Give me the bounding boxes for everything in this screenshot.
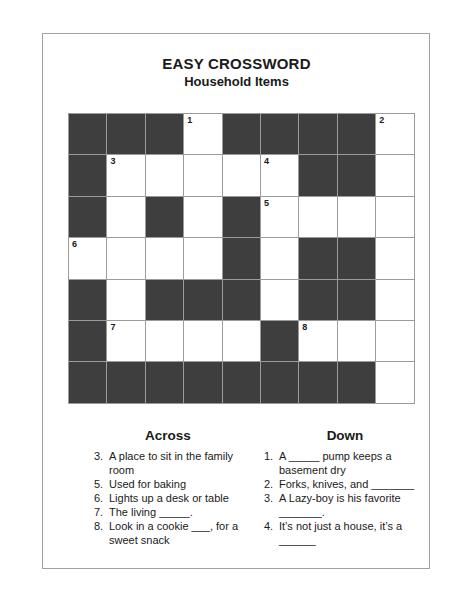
clue-text: A _____ pump keeps a basement dry — [279, 449, 426, 477]
cell-r3c6[interactable]: 5 — [261, 197, 299, 238]
clue-down-3: 3.A Lazy-boy is his favorite _______. — [264, 491, 426, 519]
clue-list-number: 7. — [94, 505, 109, 519]
clue-list-number: 5. — [94, 477, 109, 491]
cell-r2c5[interactable] — [223, 155, 261, 196]
clue-text: Look in a cookie ___, for a sweet snack — [109, 519, 242, 547]
puzzle-subtitle: Household Items — [42, 74, 431, 89]
cell-r7c6 — [261, 362, 299, 403]
clue-number: 8 — [302, 322, 307, 332]
clue-down-2: 2.Forks, knives, and _______ — [264, 477, 426, 491]
cell-r2c4[interactable] — [184, 155, 222, 196]
cell-r2c9[interactable] — [376, 155, 414, 196]
cell-r6c6 — [261, 321, 299, 362]
clue-across-6: 6.Lights up a desk or table — [94, 491, 242, 505]
clue-across-3: 3.A place to sit in the family room — [94, 449, 242, 477]
clue-list-number: 2. — [264, 477, 279, 491]
cell-r3c2[interactable] — [107, 197, 145, 238]
clue-list-number: 6. — [94, 491, 109, 505]
cell-r3c1 — [69, 197, 107, 238]
clue-across-7: 7.The living _____. — [94, 505, 242, 519]
clue-number: 6 — [72, 239, 77, 249]
cell-r6c3[interactable] — [146, 321, 184, 362]
cell-r3c5 — [223, 197, 261, 238]
cell-r7c2 — [107, 362, 145, 403]
down-header: Down — [264, 428, 426, 443]
clue-number: 2 — [379, 115, 384, 125]
cell-r5c1 — [69, 280, 107, 321]
cell-r3c8[interactable] — [338, 197, 376, 238]
cell-r6c9[interactable] — [376, 321, 414, 362]
clue-text: Forks, knives, and _______ — [279, 477, 426, 491]
cell-r1c7 — [299, 114, 337, 155]
down-clues-section: Down 1.A _____ pump keeps a basement dry… — [264, 428, 426, 547]
cell-r1c9[interactable]: 2 — [376, 114, 414, 155]
cell-r1c4[interactable]: 1 — [184, 114, 222, 155]
cell-r6c8[interactable] — [338, 321, 376, 362]
cell-r2c1 — [69, 155, 107, 196]
puzzle-title: EASY CROSSWORD — [42, 55, 431, 72]
clue-down-1: 1.A _____ pump keeps a basement dry — [264, 449, 426, 477]
cell-r5c9[interactable] — [376, 280, 414, 321]
across-header: Across — [94, 428, 242, 443]
clue-list-number: 8. — [94, 519, 109, 547]
clue-text: Lights up a desk or table — [109, 491, 242, 505]
cell-r4c8 — [338, 238, 376, 279]
cell-r7c1 — [69, 362, 107, 403]
clue-text: Used for baking — [109, 477, 242, 491]
clue-text: A place to sit in the family room — [109, 449, 242, 477]
cell-r7c4 — [184, 362, 222, 403]
cell-r2c8 — [338, 155, 376, 196]
clue-number: 1 — [187, 115, 192, 125]
cell-r1c6 — [261, 114, 299, 155]
clue-down-4: 4.It’s not just a house, it’s a ______ — [264, 519, 426, 547]
cell-r3c9[interactable] — [376, 197, 414, 238]
cell-r4c4[interactable] — [184, 238, 222, 279]
cell-r7c9[interactable] — [376, 362, 414, 403]
cell-r5c7 — [299, 280, 337, 321]
cell-r7c3 — [146, 362, 184, 403]
clue-text: It’s not just a house, it’s a ______ — [279, 519, 426, 547]
cell-r1c5 — [223, 114, 261, 155]
cell-r5c4 — [184, 280, 222, 321]
cell-r4c6[interactable] — [261, 238, 299, 279]
clue-number: 5 — [264, 198, 269, 208]
cell-r6c4[interactable] — [184, 321, 222, 362]
cell-r2c7 — [299, 155, 337, 196]
clue-number: 3 — [110, 156, 115, 166]
clue-across-5: 5.Used for baking — [94, 477, 242, 491]
cell-r1c2 — [107, 114, 145, 155]
clue-list-number: 3. — [94, 449, 109, 477]
down-clue-list: 1.A _____ pump keeps a basement dry2.For… — [264, 449, 426, 547]
cell-r2c3[interactable] — [146, 155, 184, 196]
clue-list-number: 1. — [264, 449, 279, 477]
cell-r4c1[interactable]: 6 — [69, 238, 107, 279]
across-clue-list: 3.A place to sit in the family room5.Use… — [94, 449, 242, 547]
cell-r5c2[interactable] — [107, 280, 145, 321]
clue-text: A Lazy-boy is his favorite _______. — [279, 491, 426, 519]
clue-across-8: 8.Look in a cookie ___, for a sweet snac… — [94, 519, 242, 547]
cell-r6c7[interactable]: 8 — [299, 321, 337, 362]
cell-r4c2[interactable] — [107, 238, 145, 279]
cell-r5c3 — [146, 280, 184, 321]
clue-number: 7 — [110, 322, 115, 332]
clue-list-number: 4. — [264, 519, 279, 547]
cell-r1c8 — [338, 114, 376, 155]
cell-r6c2[interactable]: 7 — [107, 321, 145, 362]
cell-r7c5 — [223, 362, 261, 403]
clue-list-number: 3. — [264, 491, 279, 519]
cell-r3c3 — [146, 197, 184, 238]
cell-r4c3[interactable] — [146, 238, 184, 279]
across-clues-section: Across 3.A place to sit in the family ro… — [94, 428, 242, 547]
cell-r5c6[interactable] — [261, 280, 299, 321]
cell-r5c5 — [223, 280, 261, 321]
cell-r2c6[interactable]: 4 — [261, 155, 299, 196]
cell-r1c3 — [146, 114, 184, 155]
clue-text: The living _____. — [109, 505, 242, 519]
crossword-grid: 12345678 — [68, 113, 415, 404]
cell-r4c5 — [223, 238, 261, 279]
cell-r6c5[interactable] — [223, 321, 261, 362]
cell-r2c2[interactable]: 3 — [107, 155, 145, 196]
cell-r1c1 — [69, 114, 107, 155]
cell-r7c8 — [338, 362, 376, 403]
cell-r3c7[interactable] — [299, 197, 337, 238]
clue-number: 4 — [264, 156, 269, 166]
cell-r6c1 — [69, 321, 107, 362]
cell-r4c7 — [299, 238, 337, 279]
cell-r7c7 — [299, 362, 337, 403]
cell-r5c8 — [338, 280, 376, 321]
cell-r3c4[interactable] — [184, 197, 222, 238]
cell-r4c9[interactable] — [376, 238, 414, 279]
